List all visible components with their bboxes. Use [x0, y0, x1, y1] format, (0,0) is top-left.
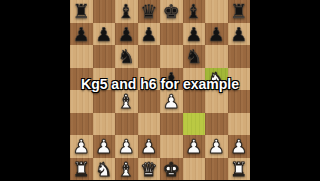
- square-e4[interactable]: ♟: [160, 90, 183, 113]
- square-b1[interactable]: ♞: [93, 158, 116, 181]
- square-f8[interactable]: ♝: [183, 0, 206, 23]
- piece-white-pawn: ♟: [73, 135, 90, 158]
- piece-white-pawn: ♟: [208, 135, 225, 158]
- square-c7[interactable]: ♟: [115, 23, 138, 46]
- square-h8[interactable]: ♜: [228, 0, 251, 23]
- piece-white-pawn: ♟: [185, 135, 202, 158]
- square-e6[interactable]: [160, 45, 183, 68]
- piece-white-rook: ♜: [73, 158, 90, 181]
- square-h4[interactable]: [228, 90, 251, 113]
- square-e3[interactable]: [160, 113, 183, 136]
- piece-white-knight: ♞: [95, 158, 112, 181]
- square-f7[interactable]: ♟: [183, 23, 206, 46]
- square-h6[interactable]: [228, 45, 251, 68]
- square-c2[interactable]: ♟: [115, 135, 138, 158]
- square-a4[interactable]: [70, 90, 93, 113]
- piece-black-pawn: ♟: [185, 23, 202, 46]
- square-f3[interactable]: [183, 113, 206, 136]
- video-frame: ♜♝♛♚♝♜♟♟♟♟♟♟♟♞♞♟♞♝♟♟♟♟♟♟♟♟♜♞♝♛♚♜ Kg5 and…: [0, 0, 320, 180]
- piece-black-pawn: ♟: [95, 23, 112, 46]
- square-e8[interactable]: ♚: [160, 0, 183, 23]
- square-g3[interactable]: [205, 113, 228, 136]
- square-e2[interactable]: [160, 135, 183, 158]
- piece-white-rook: ♜: [230, 158, 247, 181]
- piece-black-queen: ♛: [140, 0, 157, 23]
- square-g1[interactable]: [205, 158, 228, 181]
- piece-black-rook: ♜: [230, 0, 247, 23]
- square-e1[interactable]: ♚: [160, 158, 183, 181]
- square-f1[interactable]: [183, 158, 206, 181]
- piece-black-pawn: ♟: [140, 23, 157, 46]
- piece-white-pawn: ♟: [140, 135, 157, 158]
- square-d4[interactable]: [138, 90, 161, 113]
- piece-white-pawn: ♟: [230, 135, 247, 158]
- square-g2[interactable]: ♟: [205, 135, 228, 158]
- square-b8[interactable]: [93, 0, 116, 23]
- square-a7[interactable]: ♟: [70, 23, 93, 46]
- square-h2[interactable]: ♟: [228, 135, 251, 158]
- square-f4[interactable]: [183, 90, 206, 113]
- square-g4[interactable]: [205, 90, 228, 113]
- square-d7[interactable]: ♟: [138, 23, 161, 46]
- piece-white-pawn: ♟: [163, 90, 180, 113]
- square-b2[interactable]: ♟: [93, 135, 116, 158]
- piece-white-queen: ♛: [140, 158, 157, 181]
- piece-black-bishop: ♝: [118, 0, 135, 23]
- piece-black-knight: ♞: [118, 45, 135, 68]
- piece-black-king: ♚: [163, 0, 180, 23]
- square-f2[interactable]: ♟: [183, 135, 206, 158]
- square-g6[interactable]: [205, 45, 228, 68]
- square-b4[interactable]: [93, 90, 116, 113]
- piece-white-bishop: ♝: [118, 90, 135, 113]
- square-g8[interactable]: [205, 0, 228, 23]
- square-a1[interactable]: ♜: [70, 158, 93, 181]
- piece-black-knight: ♞: [185, 45, 202, 68]
- piece-white-pawn: ♟: [95, 135, 112, 158]
- square-a6[interactable]: [70, 45, 93, 68]
- piece-black-rook: ♜: [73, 0, 90, 23]
- square-f6[interactable]: ♞: [183, 45, 206, 68]
- square-a2[interactable]: ♟: [70, 135, 93, 158]
- square-b6[interactable]: [93, 45, 116, 68]
- square-d8[interactable]: ♛: [138, 0, 161, 23]
- square-c8[interactable]: ♝: [115, 0, 138, 23]
- piece-black-pawn: ♟: [73, 23, 90, 46]
- square-c4[interactable]: ♝: [115, 90, 138, 113]
- square-a8[interactable]: ♜: [70, 0, 93, 23]
- piece-white-pawn: ♟: [118, 135, 135, 158]
- square-d6[interactable]: [138, 45, 161, 68]
- square-b3[interactable]: [93, 113, 116, 136]
- square-b7[interactable]: ♟: [93, 23, 116, 46]
- piece-black-pawn: ♟: [208, 23, 225, 46]
- square-c3[interactable]: [115, 113, 138, 136]
- square-h3[interactable]: [228, 113, 251, 136]
- piece-white-bishop: ♝: [118, 158, 135, 181]
- square-h7[interactable]: ♟: [228, 23, 251, 46]
- piece-black-pawn: ♟: [118, 23, 135, 46]
- piece-black-pawn: ♟: [230, 23, 247, 46]
- piece-white-king: ♚: [163, 158, 180, 181]
- square-e7[interactable]: [160, 23, 183, 46]
- square-a3[interactable]: [70, 113, 93, 136]
- square-d1[interactable]: ♛: [138, 158, 161, 181]
- square-d3[interactable]: [138, 113, 161, 136]
- square-h1[interactable]: ♜: [228, 158, 251, 181]
- caption-text: Kg5 and h6 for example: [0, 76, 320, 92]
- square-g7[interactable]: ♟: [205, 23, 228, 46]
- square-c1[interactable]: ♝: [115, 158, 138, 181]
- square-c6[interactable]: ♞: [115, 45, 138, 68]
- piece-black-bishop: ♝: [185, 0, 202, 23]
- square-d2[interactable]: ♟: [138, 135, 161, 158]
